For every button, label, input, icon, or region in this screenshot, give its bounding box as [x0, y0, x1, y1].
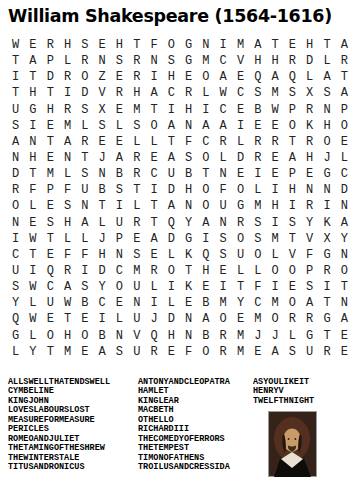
grid-cell[interactable]: T — [24, 166, 41, 182]
grid-cell[interactable]: C — [232, 85, 249, 101]
grid-cell[interactable]: H — [197, 263, 214, 279]
grid-cell[interactable]: O — [232, 182, 249, 198]
grid-cell[interactable]: S — [76, 166, 93, 182]
grid-cell[interactable]: L — [59, 166, 76, 182]
grid-cell[interactable]: M — [59, 344, 76, 360]
grid-cell[interactable]: Q — [145, 328, 162, 344]
grid-cell[interactable]: E — [42, 118, 59, 134]
grid-cell[interactable]: M — [59, 118, 76, 134]
grid-cell[interactable]: T — [42, 231, 59, 247]
grid-cell[interactable]: N — [336, 295, 353, 311]
grid-cell[interactable]: L — [266, 247, 283, 263]
grid-cell[interactable]: E — [93, 134, 110, 150]
grid-cell[interactable]: E — [111, 69, 128, 85]
grid-cell[interactable]: U — [128, 344, 145, 360]
grid-cell[interactable]: E — [76, 311, 93, 327]
grid-cell[interactable]: I — [197, 102, 214, 118]
grid-cell[interactable]: P — [284, 166, 301, 182]
grid-cell[interactable]: N — [336, 198, 353, 214]
grid-cell[interactable]: I — [7, 69, 24, 85]
grid-cell[interactable]: N — [180, 311, 197, 327]
grid-cell[interactable]: M — [249, 311, 266, 327]
grid-cell[interactable]: B — [249, 102, 266, 118]
grid-cell[interactable]: H — [93, 247, 110, 263]
grid-cell[interactable]: A — [163, 118, 180, 134]
grid-cell[interactable]: O — [284, 295, 301, 311]
grid-cell[interactable]: S — [215, 231, 232, 247]
grid-cell[interactable]: Q — [284, 69, 301, 85]
grid-cell[interactable]: E — [249, 118, 266, 134]
grid-cell[interactable]: W — [24, 311, 41, 327]
grid-cell[interactable]: D — [7, 166, 24, 182]
grid-cell[interactable]: E — [284, 279, 301, 295]
grid-cell[interactable]: H — [59, 328, 76, 344]
grid-cell[interactable]: I — [145, 69, 162, 85]
grid-cell[interactable]: B — [76, 295, 93, 311]
grid-cell[interactable]: P — [42, 182, 59, 198]
grid-cell[interactable]: R — [180, 85, 197, 101]
grid-cell[interactable]: E — [76, 344, 93, 360]
grid-cell[interactable]: A — [163, 198, 180, 214]
grid-cell[interactable]: C — [249, 295, 266, 311]
grid-cell[interactable]: E — [266, 150, 283, 166]
grid-cell[interactable]: F — [24, 182, 41, 198]
grid-cell[interactable]: M — [266, 295, 283, 311]
grid-cell[interactable]: K — [180, 279, 197, 295]
grid-cell[interactable]: I — [318, 279, 335, 295]
grid-cell[interactable]: R — [266, 134, 283, 150]
grid-cell[interactable]: W — [7, 37, 24, 53]
grid-cell[interactable]: L — [232, 134, 249, 150]
grid-cell[interactable]: E — [42, 150, 59, 166]
grid-cell[interactable]: T — [284, 134, 301, 150]
grid-cell[interactable]: E — [249, 344, 266, 360]
grid-cell[interactable]: C — [145, 166, 162, 182]
grid-cell[interactable]: T — [7, 85, 24, 101]
grid-cell[interactable]: T — [197, 166, 214, 182]
grid-cell[interactable]: L — [93, 215, 110, 231]
grid-cell[interactable]: V — [232, 53, 249, 69]
grid-cell[interactable]: N — [93, 53, 110, 69]
grid-cell[interactable]: D — [336, 182, 353, 198]
grid-cell[interactable]: I — [266, 182, 283, 198]
grid-cell[interactable]: H — [24, 150, 41, 166]
grid-cell[interactable]: L — [163, 295, 180, 311]
grid-cell[interactable]: L — [145, 134, 162, 150]
grid-cell[interactable]: Y — [180, 215, 197, 231]
grid-cell[interactable]: L — [145, 279, 162, 295]
grid-cell[interactable]: A — [197, 311, 214, 327]
grid-cell[interactable]: I — [318, 198, 335, 214]
grid-cell[interactable]: N — [93, 166, 110, 182]
grid-cell[interactable]: A — [284, 150, 301, 166]
grid-cell[interactable]: V — [128, 328, 145, 344]
grid-cell[interactable]: O — [7, 198, 24, 214]
grid-cell[interactable]: T — [336, 69, 353, 85]
grid-cell[interactable]: H — [163, 69, 180, 85]
grid-cell[interactable]: R — [301, 102, 318, 118]
grid-cell[interactable]: R — [284, 311, 301, 327]
grid-cell[interactable]: E — [284, 37, 301, 53]
grid-cell[interactable]: J — [93, 150, 110, 166]
grid-cell[interactable]: N — [180, 118, 197, 134]
grid-cell[interactable]: R — [76, 134, 93, 150]
grid-cell[interactable]: W — [266, 102, 283, 118]
grid-cell[interactable]: A — [266, 69, 283, 85]
grid-cell[interactable]: L — [76, 118, 93, 134]
grid-cell[interactable]: A — [215, 118, 232, 134]
grid-cell[interactable]: J — [145, 311, 162, 327]
grid-cell[interactable]: J — [93, 231, 110, 247]
grid-cell[interactable]: L — [249, 263, 266, 279]
grid-cell[interactable]: G — [7, 328, 24, 344]
grid-cell[interactable]: N — [7, 150, 24, 166]
grid-cell[interactable]: N — [215, 215, 232, 231]
grid-cell[interactable]: I — [284, 198, 301, 214]
grid-cell[interactable]: F — [301, 247, 318, 263]
grid-cell[interactable]: R — [301, 134, 318, 150]
grid-cell[interactable]: A — [93, 344, 110, 360]
grid-cell[interactable]: O — [318, 134, 335, 150]
grid-cell[interactable]: R — [7, 182, 24, 198]
grid-cell[interactable]: L — [111, 311, 128, 327]
grid-cell[interactable]: R — [128, 215, 145, 231]
grid-cell[interactable]: V — [93, 85, 110, 101]
grid-cell[interactable]: C — [93, 295, 110, 311]
grid-cell[interactable]: A — [145, 231, 162, 247]
grid-cell[interactable]: H — [24, 85, 41, 101]
grid-cell[interactable]: W — [24, 279, 41, 295]
grid-cell[interactable]: O — [249, 247, 266, 263]
grid-cell[interactable]: L — [284, 328, 301, 344]
grid-cell[interactable]: R — [301, 198, 318, 214]
grid-cell[interactable]: G — [24, 102, 41, 118]
grid-cell[interactable]: J — [266, 328, 283, 344]
grid-cell[interactable]: L — [24, 295, 41, 311]
grid-cell[interactable]: R — [128, 53, 145, 69]
grid-cell[interactable]: W — [59, 295, 76, 311]
grid-cell[interactable]: L — [318, 53, 335, 69]
grid-cell[interactable]: A — [111, 150, 128, 166]
grid-cell[interactable]: S — [76, 279, 93, 295]
grid-cell[interactable]: I — [215, 279, 232, 295]
grid-cell[interactable]: T — [284, 231, 301, 247]
grid-cell[interactable]: I — [93, 311, 110, 327]
grid-cell[interactable]: M — [197, 53, 214, 69]
grid-cell[interactable]: H — [301, 37, 318, 53]
grid-cell[interactable]: L — [111, 118, 128, 134]
grid-cell[interactable]: O — [336, 118, 353, 134]
grid-cell[interactable]: D — [163, 182, 180, 198]
grid-cell[interactable]: T — [128, 182, 145, 198]
grid-cell[interactable]: E — [42, 198, 59, 214]
grid-cell[interactable]: U — [128, 311, 145, 327]
grid-cell[interactable]: E — [301, 166, 318, 182]
grid-cell[interactable]: N — [111, 328, 128, 344]
grid-cell[interactable]: S — [249, 215, 266, 231]
grid-cell[interactable]: F — [215, 182, 232, 198]
grid-cell[interactable]: T — [42, 344, 59, 360]
grid-cell[interactable]: N — [336, 247, 353, 263]
grid-cell[interactable]: O — [215, 311, 232, 327]
grid-cell[interactable]: N — [24, 134, 41, 150]
grid-cell[interactable]: R — [42, 37, 59, 53]
grid-cell[interactable]: E — [111, 134, 128, 150]
grid-cell[interactable]: P — [336, 102, 353, 118]
grid-cell[interactable]: S — [93, 118, 110, 134]
grid-cell[interactable]: R — [145, 263, 162, 279]
grid-cell[interactable]: O — [163, 37, 180, 53]
grid-cell[interactable]: Y — [232, 295, 249, 311]
grid-cell[interactable]: U — [301, 344, 318, 360]
grid-cell[interactable]: T — [59, 311, 76, 327]
grid-cell[interactable]: J — [318, 150, 335, 166]
grid-cell[interactable]: O — [76, 69, 93, 85]
grid-cell[interactable]: O — [197, 150, 214, 166]
grid-cell[interactable]: O — [163, 263, 180, 279]
grid-cell[interactable]: S — [111, 344, 128, 360]
grid-cell[interactable]: W — [24, 231, 41, 247]
grid-cell[interactable]: M — [266, 85, 283, 101]
grid-cell[interactable]: S — [7, 118, 24, 134]
grid-cell[interactable]: L — [24, 198, 41, 214]
grid-cell[interactable]: N — [128, 295, 145, 311]
grid-cell[interactable]: T — [180, 263, 197, 279]
grid-cell[interactable]: U — [76, 182, 93, 198]
grid-cell[interactable]: K — [318, 215, 335, 231]
grid-cell[interactable]: S — [42, 215, 59, 231]
grid-cell[interactable]: B — [93, 182, 110, 198]
grid-cell[interactable]: E — [232, 311, 249, 327]
grid-cell[interactable]: S — [180, 150, 197, 166]
grid-cell[interactable]: N — [145, 53, 162, 69]
grid-cell[interactable]: S — [76, 102, 93, 118]
grid-cell[interactable]: H — [42, 102, 59, 118]
grid-cell[interactable]: L — [215, 150, 232, 166]
grid-cell[interactable]: A — [197, 215, 214, 231]
grid-cell[interactable]: S — [59, 198, 76, 214]
grid-cell[interactable]: O — [284, 263, 301, 279]
grid-cell[interactable]: M — [128, 102, 145, 118]
grid-cell[interactable]: B — [180, 166, 197, 182]
grid-cell[interactable]: U — [163, 166, 180, 182]
grid-cell[interactable]: A — [145, 85, 162, 101]
grid-cell[interactable]: D — [76, 85, 93, 101]
grid-cell[interactable]: S — [249, 231, 266, 247]
grid-cell[interactable]: I — [249, 166, 266, 182]
grid-cell[interactable]: G — [180, 37, 197, 53]
grid-cell[interactable]: Y — [301, 215, 318, 231]
grid-cell[interactable]: E — [42, 247, 59, 263]
grid-cell[interactable]: C — [336, 166, 353, 182]
grid-cell[interactable]: G — [318, 247, 335, 263]
grid-cell[interactable]: Y — [336, 231, 353, 247]
grid-cell[interactable]: N — [59, 150, 76, 166]
grid-cell[interactable]: I — [163, 279, 180, 295]
grid-cell[interactable]: M — [42, 166, 59, 182]
grid-cell[interactable]: A — [336, 311, 353, 327]
grid-cell[interactable]: Q — [249, 69, 266, 85]
grid-cell[interactable]: O — [197, 344, 214, 360]
grid-cell[interactable]: M — [128, 263, 145, 279]
grid-cell[interactable]: T — [336, 279, 353, 295]
grid-cell[interactable]: T — [266, 37, 283, 53]
grid-cell[interactable]: L — [249, 182, 266, 198]
grid-cell[interactable]: R — [128, 166, 145, 182]
grid-cell[interactable]: U — [111, 215, 128, 231]
grid-cell[interactable]: F — [59, 247, 76, 263]
grid-cell[interactable]: S — [301, 279, 318, 295]
grid-cell[interactable]: M — [215, 295, 232, 311]
grid-cell[interactable]: E — [336, 328, 353, 344]
grid-cell[interactable]: L — [59, 231, 76, 247]
grid-cell[interactable]: G — [180, 231, 197, 247]
grid-cell[interactable]: R — [318, 263, 335, 279]
grid-cell[interactable]: T — [318, 295, 335, 311]
grid-cell[interactable]: T — [145, 215, 162, 231]
grid-cell[interactable]: O — [266, 311, 283, 327]
grid-cell[interactable]: L — [24, 328, 41, 344]
grid-cell[interactable]: C — [111, 263, 128, 279]
grid-cell[interactable]: A — [301, 295, 318, 311]
grid-cell[interactable]: E — [163, 344, 180, 360]
grid-cell[interactable]: S — [7, 279, 24, 295]
grid-cell[interactable]: H — [180, 182, 197, 198]
grid-cell[interactable]: U — [215, 198, 232, 214]
grid-cell[interactable]: R — [249, 150, 266, 166]
grid-cell[interactable]: T — [145, 102, 162, 118]
grid-cell[interactable]: O — [76, 328, 93, 344]
grid-cell[interactable]: O — [42, 328, 59, 344]
grid-cell[interactable]: S — [318, 85, 335, 101]
grid-cell[interactable]: R — [59, 69, 76, 85]
grid-cell[interactable]: I — [266, 279, 283, 295]
grid-cell[interactable]: D — [163, 311, 180, 327]
grid-cell[interactable]: C — [7, 247, 24, 263]
grid-cell[interactable]: E — [111, 102, 128, 118]
grid-cell[interactable]: A — [24, 53, 41, 69]
grid-cell[interactable]: I — [24, 118, 41, 134]
grid-cell[interactable]: R — [284, 53, 301, 69]
grid-cell[interactable]: G — [301, 328, 318, 344]
grid-cell[interactable]: R — [111, 85, 128, 101]
grid-cell[interactable]: E — [215, 263, 232, 279]
grid-cell[interactable]: R — [301, 311, 318, 327]
grid-cell[interactable]: N — [111, 247, 128, 263]
grid-cell[interactable]: R — [145, 344, 162, 360]
grid-cell[interactable]: F — [180, 134, 197, 150]
grid-cell[interactable]: V — [301, 231, 318, 247]
grid-cell[interactable]: E — [180, 69, 197, 85]
grid-cell[interactable]: A — [336, 215, 353, 231]
grid-cell[interactable]: E — [336, 134, 353, 150]
grid-cell[interactable]: N — [197, 37, 214, 53]
grid-cell[interactable]: M — [232, 344, 249, 360]
grid-cell[interactable]: R — [59, 263, 76, 279]
grid-cell[interactable]: Y — [7, 295, 24, 311]
grid-cell[interactable]: L — [336, 150, 353, 166]
grid-cell[interactable]: N — [180, 198, 197, 214]
grid-cell[interactable]: I — [163, 102, 180, 118]
grid-cell[interactable]: L — [128, 198, 145, 214]
grid-cell[interactable]: T — [76, 150, 93, 166]
grid-cell[interactable]: S — [249, 85, 266, 101]
grid-cell[interactable]: N — [76, 198, 93, 214]
grid-cell[interactable]: A — [249, 37, 266, 53]
grid-cell[interactable]: F — [76, 247, 93, 263]
grid-cell[interactable]: T — [128, 37, 145, 53]
grid-cell[interactable]: I — [232, 118, 249, 134]
grid-cell[interactable]: H — [180, 102, 197, 118]
grid-cell[interactable]: S — [284, 215, 301, 231]
grid-cell[interactable]: R — [215, 134, 232, 150]
grid-cell[interactable]: H — [163, 328, 180, 344]
grid-cell[interactable]: B — [93, 328, 110, 344]
grid-cell[interactable]: Y — [93, 279, 110, 295]
grid-cell[interactable]: H — [284, 182, 301, 198]
grid-cell[interactable]: R — [128, 150, 145, 166]
grid-cell[interactable]: R — [336, 53, 353, 69]
grid-cell[interactable]: S — [215, 247, 232, 263]
grid-cell[interactable]: P — [284, 102, 301, 118]
grid-cell[interactable]: E — [232, 69, 249, 85]
grid-cell[interactable]: A — [59, 279, 76, 295]
grid-cell[interactable]: G — [318, 311, 335, 327]
grid-cell[interactable]: N — [180, 328, 197, 344]
grid-cell[interactable]: H — [59, 37, 76, 53]
grid-cell[interactable]: N — [215, 166, 232, 182]
grid-cell[interactable]: X — [93, 102, 110, 118]
grid-cell[interactable]: G — [232, 198, 249, 214]
grid-cell[interactable]: I — [24, 263, 41, 279]
grid-cell[interactable]: I — [59, 85, 76, 101]
grid-cell[interactable]: C — [215, 102, 232, 118]
grid-cell[interactable]: A — [318, 69, 335, 85]
grid-cell[interactable]: L — [128, 134, 145, 150]
grid-cell[interactable]: H — [266, 198, 283, 214]
grid-cell[interactable]: O — [111, 279, 128, 295]
grid-cell[interactable]: A — [163, 150, 180, 166]
grid-cell[interactable]: Q — [42, 263, 59, 279]
grid-cell[interactable]: L — [197, 85, 214, 101]
grid-cell[interactable]: F — [59, 182, 76, 198]
grid-cell[interactable]: G — [180, 53, 197, 69]
grid-cell[interactable]: H — [59, 215, 76, 231]
grid-cell[interactable]: T — [24, 247, 41, 263]
grid-cell[interactable]: A — [76, 215, 93, 231]
grid-cell[interactable]: L — [301, 69, 318, 85]
grid-cell[interactable]: U — [7, 263, 24, 279]
grid-cell[interactable]: N — [318, 102, 335, 118]
grid-cell[interactable]: N — [301, 182, 318, 198]
grid-cell[interactable]: E — [180, 295, 197, 311]
grid-cell[interactable]: O — [197, 69, 214, 85]
grid-cell[interactable]: S — [111, 182, 128, 198]
grid-cell[interactable]: T — [163, 134, 180, 150]
grid-cell[interactable]: D — [93, 263, 110, 279]
grid-cell[interactable]: E — [266, 118, 283, 134]
grid-cell[interactable]: M — [232, 328, 249, 344]
grid-cell[interactable]: B — [197, 295, 214, 311]
grid-cell[interactable]: L — [76, 231, 93, 247]
grid-cell[interactable]: I — [145, 182, 162, 198]
grid-cell[interactable]: T — [24, 69, 41, 85]
grid-cell[interactable]: T — [42, 134, 59, 150]
grid-cell[interactable]: T — [42, 85, 59, 101]
grid-cell[interactable]: C — [163, 85, 180, 101]
grid-cell[interactable]: M — [249, 198, 266, 214]
grid-cell[interactable]: H — [318, 118, 335, 134]
